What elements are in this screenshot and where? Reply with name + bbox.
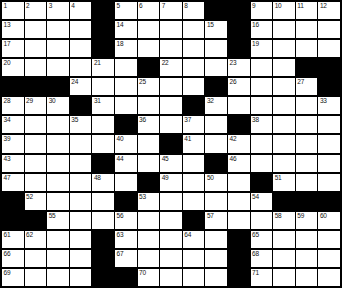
cell-r13c1[interactable]: 61 (2, 231, 24, 248)
cell-r2c10[interactable]: 15 (205, 21, 227, 38)
cell-r13c9[interactable]: 64 (183, 231, 205, 248)
cell-r6c14[interactable] (296, 97, 318, 114)
cell-r9c14[interactable] (296, 155, 318, 172)
cell-r5c14[interactable]: 27 (296, 78, 318, 95)
clue-number-59: 59 (297, 213, 304, 220)
cell-r8c3[interactable] (47, 135, 69, 152)
clue-number-45: 45 (162, 156, 169, 163)
cell-r8c10[interactable] (205, 135, 227, 152)
cell-r2c1[interactable]: 13 (2, 21, 24, 38)
cell-r15c14[interactable] (296, 269, 318, 286)
cell-r6c1[interactable]: 28 (2, 97, 24, 114)
clue-number-26: 26 (230, 79, 237, 86)
cell-r9c6[interactable]: 44 (115, 155, 137, 172)
black-square-r1c10 (205, 2, 227, 19)
black-square-r2c11 (228, 21, 250, 38)
clue-number-1: 1 (4, 3, 7, 10)
black-square-r3c11 (228, 40, 250, 57)
cell-r7c9[interactable]: 37 (183, 116, 205, 133)
cell-r14c4[interactable] (70, 250, 92, 267)
clue-number-65: 65 (252, 232, 259, 239)
black-square-r11c15 (318, 193, 340, 210)
cell-r5c12[interactable] (251, 78, 273, 95)
cell-r12c3[interactable]: 55 (47, 212, 69, 229)
cell-r4c11[interactable]: 23 (228, 59, 250, 76)
cell-r8c1[interactable]: 39 (2, 135, 24, 152)
cell-r2c9[interactable] (183, 21, 205, 38)
cell-r11c2[interactable]: 52 (25, 193, 47, 210)
cell-r10c11[interactable] (228, 174, 250, 191)
clue-number-3: 3 (49, 3, 52, 10)
cell-r4c6[interactable] (115, 59, 137, 76)
cell-r13c15[interactable] (318, 231, 340, 248)
cell-r13c12[interactable]: 65 (251, 231, 273, 248)
clue-number-39: 39 (4, 136, 11, 143)
cell-r9c12[interactable] (251, 155, 273, 172)
cell-r5c13[interactable] (273, 78, 295, 95)
cell-r11c8[interactable] (160, 193, 182, 210)
cell-r11c9[interactable] (183, 193, 205, 210)
cell-r14c10[interactable] (205, 250, 227, 267)
cell-r14c15[interactable] (318, 250, 340, 267)
black-square-r6c4 (70, 97, 92, 114)
cell-r6c5[interactable]: 31 (92, 97, 114, 114)
cell-r12c13[interactable]: 58 (273, 212, 295, 229)
cell-r6c7[interactable] (138, 97, 160, 114)
cell-r8c9[interactable]: 41 (183, 135, 205, 152)
cell-r9c13[interactable] (273, 155, 295, 172)
clue-number-29: 29 (26, 98, 33, 105)
cell-r1c6[interactable]: 5 (115, 2, 137, 19)
black-square-r12c2 (25, 212, 47, 229)
clue-number-47: 47 (4, 175, 11, 182)
cell-r2c6[interactable]: 14 (115, 21, 137, 38)
black-square-r15c5 (92, 269, 114, 286)
clue-number-55: 55 (49, 213, 56, 220)
cell-r12c10[interactable]: 57 (205, 212, 227, 229)
cell-r4c4[interactable] (70, 59, 92, 76)
cell-r1c15[interactable]: 12 (318, 2, 340, 19)
cell-r11c5[interactable] (92, 193, 114, 210)
clue-number-7: 7 (162, 3, 165, 10)
clue-number-66: 66 (4, 251, 11, 258)
black-square-r12c9 (183, 212, 205, 229)
clue-number-67: 67 (117, 251, 124, 258)
cell-r15c13[interactable] (273, 269, 295, 286)
clue-number-25: 25 (139, 79, 146, 86)
black-square-r5c15 (318, 78, 340, 95)
cell-r4c3[interactable] (47, 59, 69, 76)
black-square-r7c6 (115, 116, 137, 133)
cell-r15c2[interactable] (25, 269, 47, 286)
cell-r4c13[interactable] (273, 59, 295, 76)
black-square-r5c10 (205, 78, 227, 95)
clue-number-52: 52 (26, 194, 33, 201)
cell-r11c4[interactable] (70, 193, 92, 210)
cell-r11c11[interactable] (228, 193, 250, 210)
cell-r8c13[interactable] (273, 135, 295, 152)
cell-r2c8[interactable] (160, 21, 182, 38)
clue-number-64: 64 (184, 232, 191, 239)
cell-r12c5[interactable] (92, 212, 114, 229)
clue-number-18: 18 (117, 41, 124, 48)
cell-r2c13[interactable] (273, 21, 295, 38)
cell-r5c8[interactable] (160, 78, 182, 95)
cell-r15c8[interactable] (160, 269, 182, 286)
clue-number-58: 58 (275, 213, 282, 220)
black-square-r11c6 (115, 193, 137, 210)
cell-r4c12[interactable] (251, 59, 273, 76)
clue-number-11: 11 (297, 3, 303, 10)
clue-number-13: 13 (4, 22, 11, 29)
black-square-r11c13 (273, 193, 295, 210)
cell-r1c13[interactable]: 10 (273, 2, 295, 19)
cell-r8c5[interactable] (92, 135, 114, 152)
clue-number-60: 60 (320, 213, 327, 220)
cell-r3c2[interactable] (25, 40, 47, 57)
cell-r7c2[interactable] (25, 116, 47, 133)
cell-r6c15[interactable]: 33 (318, 97, 340, 114)
cell-r15c9[interactable] (183, 269, 205, 286)
cell-r10c3[interactable] (47, 174, 69, 191)
cell-r1c4[interactable]: 4 (70, 2, 92, 19)
cell-r13c10[interactable] (205, 231, 227, 248)
cell-r7c14[interactable] (296, 116, 318, 133)
black-square-r7c11 (228, 116, 250, 133)
clue-number-4: 4 (71, 3, 74, 10)
clue-number-63: 63 (117, 232, 124, 239)
black-square-r4c15 (318, 59, 340, 76)
black-square-r3c5 (92, 40, 114, 57)
cell-r5c9[interactable] (183, 78, 205, 95)
black-square-r4c7 (138, 59, 160, 76)
cell-r3c9[interactable] (183, 40, 205, 57)
cell-r5c4[interactable]: 24 (70, 78, 92, 95)
black-square-r1c5 (92, 2, 114, 19)
cell-r8c14[interactable] (296, 135, 318, 152)
black-square-r10c12 (251, 174, 273, 191)
clue-number-23: 23 (230, 60, 237, 67)
cell-r14c2[interactable] (25, 250, 47, 267)
black-square-r5c3 (47, 78, 69, 95)
clue-number-5: 5 (117, 3, 120, 10)
black-square-r15c6 (115, 269, 137, 286)
cell-r7c3[interactable] (47, 116, 69, 133)
cell-r1c8[interactable]: 7 (160, 2, 182, 19)
black-square-r13c5 (92, 231, 114, 248)
cell-r6c11[interactable] (228, 97, 250, 114)
clue-number-38: 38 (252, 117, 259, 124)
cell-r15c1[interactable]: 69 (2, 269, 24, 286)
cell-r10c2[interactable] (25, 174, 47, 191)
cell-r7c13[interactable] (273, 116, 295, 133)
black-square-r14c11 (228, 250, 250, 267)
cell-r1c9[interactable]: 8 (183, 2, 205, 19)
clue-number-44: 44 (117, 156, 124, 163)
crossword-grid: 1234567891011121314151617181920212223242… (0, 0, 342, 288)
cell-r12c15[interactable]: 60 (318, 212, 340, 229)
cell-r7c15[interactable] (318, 116, 340, 133)
clue-number-57: 57 (207, 213, 214, 220)
cell-r12c8[interactable] (160, 212, 182, 229)
black-square-r5c2 (25, 78, 47, 95)
cell-r4c5[interactable]: 21 (92, 59, 114, 76)
clue-number-34: 34 (4, 117, 11, 124)
clue-number-33: 33 (320, 98, 327, 105)
cell-r4c10[interactable] (205, 59, 227, 76)
clue-number-42: 42 (230, 136, 237, 143)
cell-r12c6[interactable]: 56 (115, 212, 137, 229)
clue-number-2: 2 (26, 3, 29, 10)
cell-r13c14[interactable] (296, 231, 318, 248)
cell-r6c12[interactable] (251, 97, 273, 114)
clue-number-41: 41 (184, 136, 191, 143)
cell-r8c4[interactable] (70, 135, 92, 152)
clue-number-35: 35 (71, 117, 78, 124)
cell-r2c15[interactable] (318, 21, 340, 38)
cell-r4c9[interactable] (183, 59, 205, 76)
cell-r13c8[interactable] (160, 231, 182, 248)
cell-r14c14[interactable] (296, 250, 318, 267)
clue-number-53: 53 (139, 194, 146, 201)
cell-r9c4[interactable] (70, 155, 92, 172)
cell-r10c13[interactable]: 51 (273, 174, 295, 191)
black-square-r11c1 (2, 193, 24, 210)
cell-r10c1[interactable]: 47 (2, 174, 24, 191)
clue-number-28: 28 (4, 98, 11, 105)
clue-number-10: 10 (275, 3, 282, 10)
cell-r11c12[interactable]: 54 (251, 193, 273, 210)
cell-r8c15[interactable] (318, 135, 340, 152)
cell-r9c9[interactable] (183, 155, 205, 172)
cell-r6c3[interactable]: 30 (47, 97, 69, 114)
cell-r2c7[interactable] (138, 21, 160, 38)
cell-r3c14[interactable] (296, 40, 318, 57)
clue-number-17: 17 (4, 41, 11, 48)
clue-number-12: 12 (320, 3, 327, 10)
clue-number-48: 48 (94, 175, 101, 182)
cell-r3c8[interactable] (160, 40, 182, 57)
clue-number-49: 49 (162, 175, 169, 182)
clue-number-32: 32 (207, 98, 214, 105)
cell-r1c12[interactable]: 9 (251, 2, 273, 19)
cell-r9c8[interactable]: 45 (160, 155, 182, 172)
cell-r14c9[interactable] (183, 250, 205, 267)
black-square-r5c1 (2, 78, 24, 95)
cell-r1c7[interactable]: 6 (138, 2, 160, 19)
cell-r7c12[interactable]: 38 (251, 116, 273, 133)
clue-number-54: 54 (252, 194, 259, 201)
black-square-r2c5 (92, 21, 114, 38)
cell-r2c2[interactable] (25, 21, 47, 38)
cell-r11c3[interactable] (47, 193, 69, 210)
black-square-r14c5 (92, 250, 114, 267)
cell-r4c1[interactable]: 20 (2, 59, 24, 76)
cell-r8c12[interactable] (251, 135, 273, 152)
cell-r3c13[interactable] (273, 40, 295, 57)
cell-r11c10[interactable] (205, 193, 227, 210)
clue-number-16: 16 (252, 22, 259, 29)
cell-r10c14[interactable] (296, 174, 318, 191)
cell-r1c1[interactable]: 1 (2, 2, 24, 19)
black-square-r12c1 (2, 212, 24, 229)
cell-r1c3[interactable]: 3 (47, 2, 69, 19)
cell-r8c11[interactable]: 42 (228, 135, 250, 152)
cell-r15c10[interactable] (205, 269, 227, 286)
clue-number-15: 15 (207, 22, 214, 29)
clue-number-37: 37 (184, 117, 191, 124)
cell-r6c6[interactable] (115, 97, 137, 114)
cell-r9c2[interactable] (25, 155, 47, 172)
cell-r12c14[interactable]: 59 (296, 212, 318, 229)
clue-number-30: 30 (49, 98, 56, 105)
clue-number-69: 69 (4, 270, 11, 277)
cell-r14c12[interactable]: 68 (251, 250, 273, 267)
cell-r3c12[interactable]: 19 (251, 40, 273, 57)
cell-r3c4[interactable] (70, 40, 92, 57)
cell-r1c14[interactable]: 11 (296, 2, 318, 19)
black-square-r9c10 (205, 155, 227, 172)
cell-r7c8[interactable] (160, 116, 182, 133)
cell-r12c7[interactable] (138, 212, 160, 229)
clue-number-70: 70 (139, 270, 146, 277)
black-square-r9c5 (92, 155, 114, 172)
cell-r1c2[interactable]: 2 (25, 2, 47, 19)
clue-number-62: 62 (26, 232, 33, 239)
cell-r3c3[interactable] (47, 40, 69, 57)
cell-r13c4[interactable] (70, 231, 92, 248)
cell-r10c15[interactable] (318, 174, 340, 191)
cell-r7c10[interactable] (205, 116, 227, 133)
cell-r7c4[interactable]: 35 (70, 116, 92, 133)
clue-number-27: 27 (297, 79, 304, 86)
cell-r9c11[interactable]: 46 (228, 155, 250, 172)
cell-r14c8[interactable] (160, 250, 182, 267)
cell-r9c15[interactable] (318, 155, 340, 172)
cell-r4c8[interactable]: 22 (160, 59, 182, 76)
clue-number-56: 56 (117, 213, 124, 220)
cell-r10c8[interactable]: 49 (160, 174, 182, 191)
clue-number-21: 21 (94, 60, 101, 67)
cell-r15c3[interactable] (47, 269, 69, 286)
cell-r2c14[interactable] (296, 21, 318, 38)
cell-r8c6[interactable]: 40 (115, 135, 137, 152)
clue-number-19: 19 (252, 41, 259, 48)
cell-r6c2[interactable]: 29 (25, 97, 47, 114)
black-square-r6c9 (183, 97, 205, 114)
cell-r11c7[interactable]: 53 (138, 193, 160, 210)
clue-number-40: 40 (117, 136, 124, 143)
cell-r6c10[interactable]: 32 (205, 97, 227, 114)
cell-r5c5[interactable] (92, 78, 114, 95)
cell-r14c6[interactable]: 67 (115, 250, 137, 267)
clue-number-71: 71 (252, 270, 259, 277)
cell-r10c5[interactable]: 48 (92, 174, 114, 191)
cell-r15c4[interactable] (70, 269, 92, 286)
cell-r13c2[interactable]: 62 (25, 231, 47, 248)
clue-number-43: 43 (4, 156, 11, 163)
black-square-r8c8 (160, 135, 182, 152)
black-square-r11c14 (296, 193, 318, 210)
cell-r5c11[interactable]: 26 (228, 78, 250, 95)
cell-r6c13[interactable] (273, 97, 295, 114)
cell-r3c1[interactable]: 17 (2, 40, 24, 57)
cell-r6c8[interactable] (160, 97, 182, 114)
cell-r4c2[interactable] (25, 59, 47, 76)
cell-r10c10[interactable]: 50 (205, 174, 227, 191)
clue-number-31: 31 (94, 98, 101, 105)
cell-r14c1[interactable]: 66 (2, 250, 24, 267)
cell-r10c6[interactable] (115, 174, 137, 191)
cell-r14c7[interactable] (138, 250, 160, 267)
cell-r7c7[interactable]: 36 (138, 116, 160, 133)
clue-number-50: 50 (207, 175, 214, 182)
cell-r3c10[interactable] (205, 40, 227, 57)
clue-number-20: 20 (4, 60, 11, 67)
cell-r13c13[interactable] (273, 231, 295, 248)
cell-r15c12[interactable]: 71 (251, 269, 273, 286)
clue-number-61: 61 (4, 232, 11, 239)
clue-number-51: 51 (275, 175, 282, 182)
cell-r15c15[interactable] (318, 269, 340, 286)
cell-r3c7[interactable] (138, 40, 160, 57)
cell-r13c7[interactable] (138, 231, 160, 248)
cell-r12c11[interactable] (228, 212, 250, 229)
cell-r10c4[interactable] (70, 174, 92, 191)
cell-r3c15[interactable] (318, 40, 340, 57)
cell-r8c7[interactable] (138, 135, 160, 152)
clue-number-68: 68 (252, 251, 259, 258)
clue-number-36: 36 (139, 117, 146, 124)
clue-number-9: 9 (252, 3, 255, 10)
cell-r5c7[interactable]: 25 (138, 78, 160, 95)
clue-number-6: 6 (139, 3, 142, 10)
cell-r9c7[interactable] (138, 155, 160, 172)
black-square-r15c11 (228, 269, 250, 286)
cell-r9c1[interactable]: 43 (2, 155, 24, 172)
cell-r3c6[interactable]: 18 (115, 40, 137, 57)
black-square-r4c14 (296, 59, 318, 76)
cell-r12c12[interactable] (251, 212, 273, 229)
clue-number-46: 46 (230, 156, 237, 163)
cell-r9c3[interactable] (47, 155, 69, 172)
cell-r5c6[interactable] (115, 78, 137, 95)
cell-r2c3[interactable] (47, 21, 69, 38)
cell-r15c7[interactable]: 70 (138, 269, 160, 286)
cell-r13c3[interactable] (47, 231, 69, 248)
cell-r8c2[interactable] (25, 135, 47, 152)
cell-r10c9[interactable] (183, 174, 205, 191)
cell-r12c4[interactable] (70, 212, 92, 229)
cell-r2c4[interactable] (70, 21, 92, 38)
cell-r13c6[interactable]: 63 (115, 231, 137, 248)
black-square-r13c11 (228, 231, 250, 248)
clue-number-22: 22 (162, 60, 169, 67)
cell-r14c13[interactable] (273, 250, 295, 267)
clue-number-8: 8 (184, 3, 187, 10)
clue-number-24: 24 (71, 79, 78, 86)
black-square-r1c11 (228, 2, 250, 19)
cell-r14c3[interactable] (47, 250, 69, 267)
cell-r7c1[interactable]: 34 (2, 116, 24, 133)
clue-number-14: 14 (117, 22, 124, 29)
black-square-r10c7 (138, 174, 160, 191)
cell-r2c12[interactable]: 16 (251, 21, 273, 38)
cell-r7c5[interactable] (92, 116, 114, 133)
